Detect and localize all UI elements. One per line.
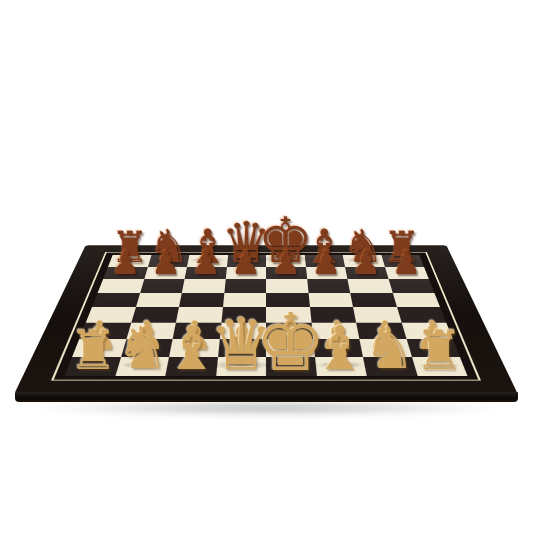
square-d6 <box>224 279 266 292</box>
square-g7 <box>345 267 388 280</box>
square-d7 <box>225 267 266 280</box>
square-f4 <box>310 307 357 322</box>
square-c7 <box>185 267 227 280</box>
square-g2 <box>359 339 411 357</box>
board-floor-shadow <box>28 400 506 416</box>
square-b8 <box>148 255 190 267</box>
chess-board-frame <box>15 245 518 393</box>
square-h1 <box>411 357 467 376</box>
square-f3 <box>311 322 359 339</box>
square-a4 <box>86 307 136 322</box>
square-g5 <box>350 293 396 307</box>
square-b6 <box>140 279 185 292</box>
square-c5 <box>179 293 224 307</box>
square-g8 <box>343 255 385 267</box>
square-h2 <box>406 339 460 357</box>
square-a8 <box>108 255 151 267</box>
square-a1 <box>65 357 121 376</box>
square-c8 <box>187 255 228 267</box>
square-h4 <box>397 307 447 322</box>
square-a3 <box>79 322 131 339</box>
square-e2 <box>266 339 314 357</box>
square-a5 <box>92 293 140 307</box>
square-d4 <box>221 307 266 322</box>
square-e5 <box>266 293 310 307</box>
square-e4 <box>266 307 311 322</box>
board-grid <box>65 255 468 376</box>
square-b4 <box>131 307 179 322</box>
square-f8 <box>304 255 345 267</box>
square-d5 <box>223 293 267 307</box>
square-f6 <box>307 279 350 292</box>
square-b1 <box>115 357 169 376</box>
square-b3 <box>126 322 176 339</box>
square-h7 <box>384 267 429 280</box>
square-e1 <box>266 357 316 376</box>
square-f7 <box>305 267 347 280</box>
square-h5 <box>392 293 440 307</box>
square-f5 <box>308 293 353 307</box>
square-e8 <box>266 255 305 267</box>
square-h8 <box>381 255 424 267</box>
square-c1 <box>165 357 217 376</box>
square-a2 <box>72 339 126 357</box>
square-e3 <box>266 322 313 339</box>
square-g4 <box>353 307 401 322</box>
square-a6 <box>98 279 144 292</box>
square-d1 <box>216 357 266 376</box>
square-c2 <box>169 339 219 357</box>
square-d8 <box>227 255 266 267</box>
square-b5 <box>136 293 182 307</box>
square-g3 <box>356 322 406 339</box>
square-d3 <box>219 322 266 339</box>
square-f1 <box>314 357 366 376</box>
square-g6 <box>347 279 392 292</box>
square-c4 <box>176 307 223 322</box>
square-c6 <box>182 279 225 292</box>
square-g1 <box>363 357 417 376</box>
square-b7 <box>144 267 187 280</box>
square-d2 <box>218 339 266 357</box>
square-a7 <box>103 267 148 280</box>
square-e7 <box>266 267 307 280</box>
board-pinstripe <box>51 252 481 381</box>
square-h6 <box>388 279 434 292</box>
square-h3 <box>401 322 453 339</box>
square-e6 <box>266 279 308 292</box>
square-f2 <box>313 339 363 357</box>
chess-set-photo: ♜♞♝♛♚♝♞♜♟♟♟♟♟♟♟♟♟♟♟♟♟♟♟♟♜♞♝♛♚♝♞♜ <box>0 0 533 533</box>
square-b2 <box>121 339 173 357</box>
square-c3 <box>173 322 221 339</box>
